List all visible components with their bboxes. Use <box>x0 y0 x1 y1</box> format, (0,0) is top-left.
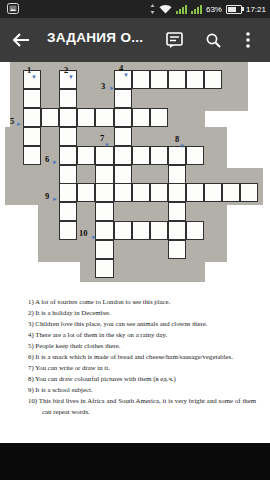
comment-icon <box>166 32 183 48</box>
crossword-cell <box>114 89 132 108</box>
crossword-cell <box>186 146 204 165</box>
crossword-cell <box>132 108 150 127</box>
clue-number-label: 2 <box>64 66 68 74</box>
arrow-down-icon: ▼ <box>68 74 74 80</box>
clue-item: 4) There are a lot of them in the sky on… <box>28 329 256 340</box>
crossword-cell <box>240 183 258 202</box>
crossword-cell <box>59 183 77 202</box>
crossword-cell <box>95 146 113 165</box>
crossword-cell <box>222 183 240 202</box>
clue-number-label: 7 <box>100 134 104 142</box>
crossword-cell <box>150 108 168 127</box>
clue-number-label: 10 <box>79 229 88 237</box>
comments-button[interactable] <box>162 29 186 51</box>
clue-number-label: 4 <box>119 64 123 72</box>
crossword-cell <box>168 165 186 184</box>
clue-item: 8) You can draw colourful pictures with … <box>28 373 256 384</box>
crossword-cell <box>150 183 168 202</box>
app-bar: ЗАДАНИЯ О... <box>0 18 270 62</box>
arrow-down-icon: ▼ <box>31 74 37 80</box>
crossword-cell <box>95 240 113 259</box>
crossword-cell <box>168 202 186 221</box>
cellular-signal-2-icon <box>191 4 202 14</box>
clock-label: 17:21 <box>246 5 266 14</box>
crossword-cell <box>186 221 204 240</box>
arrow-down-icon: ▼ <box>179 143 185 149</box>
cellular-signal-icon <box>176 4 187 14</box>
network-activity-arrows-icon <box>150 4 155 14</box>
page-title: ЗАДАНИЯ О... <box>47 30 143 45</box>
crossword-cell <box>95 202 113 221</box>
crossword-cell <box>23 146 41 165</box>
back-button[interactable] <box>9 29 33 51</box>
crossword-cell <box>59 146 77 165</box>
clue-item: 5) People keep their clothes there. <box>28 340 256 351</box>
page-margin <box>0 420 270 443</box>
clue-list: 1) A lot of tourists come to London to s… <box>28 296 256 417</box>
clue-number-label: 1 <box>27 66 31 74</box>
crossword-cell <box>59 165 77 184</box>
arrow-down-icon: ▼ <box>123 72 129 78</box>
arrow-right-icon: ► <box>52 196 58 202</box>
crossword-cell <box>204 183 222 202</box>
crossword-cell <box>168 240 186 259</box>
crossword-cell <box>204 70 222 89</box>
battery-icon <box>226 5 242 14</box>
crossword-cell <box>95 183 113 202</box>
clue-number-label: 8 <box>175 135 179 143</box>
crossword-cell <box>59 89 77 108</box>
clue-item: 2) It is a holiday in December. <box>28 307 256 318</box>
crossword-cell <box>95 221 113 240</box>
crossword-cell <box>114 146 132 165</box>
search-icon <box>205 32 221 48</box>
crossword-cell <box>59 221 77 240</box>
crossword-cell <box>114 108 132 127</box>
phone-screen: 63% 17:21 ЗАДАНИЯ О... <box>0 0 270 480</box>
crossword-cell <box>77 146 95 165</box>
clue-number-label: 3 <box>101 82 105 90</box>
crossword-cell <box>114 127 132 146</box>
arrow-right-icon: ► <box>91 234 97 240</box>
navigation-bar <box>0 443 270 480</box>
crossword-cell <box>132 70 150 89</box>
overflow-menu-icon <box>246 32 250 48</box>
crossword-cell <box>168 221 186 240</box>
crossword-cell <box>77 183 95 202</box>
crossword-cell <box>59 202 77 221</box>
crossword-cell <box>132 221 150 240</box>
crossword-cell <box>95 259 113 278</box>
crossword-cell <box>59 127 77 146</box>
clue-item: 6) It is a snack which is made of bread … <box>28 351 256 362</box>
battery-percent-label: 63% <box>206 5 222 14</box>
status-bar: 63% 17:21 <box>0 0 270 18</box>
arrow-down-icon: ▼ <box>104 142 110 148</box>
clue-number-label: 6 <box>45 155 49 163</box>
document-page[interactable]: 1▼2▼3►4▼5►6►7▼8▼9►10► 1) A lot of touris… <box>0 62 270 420</box>
crossword-cell <box>59 108 77 127</box>
crossword-cell <box>114 165 132 184</box>
clue-number-label: 5 <box>10 117 14 125</box>
crossword-cell <box>186 70 204 89</box>
crossword-cell <box>150 70 168 89</box>
crossword-cell <box>95 165 113 184</box>
screenshot-icon <box>7 3 19 14</box>
crossword-cell <box>132 146 150 165</box>
clue-item: 3) Children love this place, you can see… <box>28 318 256 329</box>
crossword-cell <box>150 146 168 165</box>
crossword-cell <box>23 127 41 146</box>
clue-item: 1) A lot of tourists come to London to s… <box>28 296 256 307</box>
crossword-cell <box>41 108 59 127</box>
crossword-cell <box>114 221 132 240</box>
back-icon <box>12 33 30 47</box>
crossword-cell <box>114 183 132 202</box>
crossword-cell <box>186 183 204 202</box>
crossword-cell <box>168 183 186 202</box>
crossword-cell <box>23 108 41 127</box>
clue-item: 9) It is a school subject. <box>28 384 256 395</box>
clue-item: 7) You can write or draw in it. <box>28 362 256 373</box>
clue-item: 10) This bird lives in Africa and South … <box>28 395 256 417</box>
crossword-cell <box>95 108 113 127</box>
arrow-right-icon: ► <box>16 121 22 127</box>
crossword-cell <box>168 70 186 89</box>
crossword-cell <box>132 183 150 202</box>
crossword-cell <box>77 108 95 127</box>
arrow-right-icon: ► <box>109 85 115 91</box>
clue-number-label: 9 <box>45 192 49 200</box>
crossword-cell <box>23 89 41 108</box>
wifi-icon <box>159 4 172 14</box>
overflow-menu-button[interactable] <box>236 29 260 51</box>
search-button[interactable] <box>201 29 225 51</box>
crossword-cell <box>150 221 168 240</box>
arrow-right-icon: ► <box>52 159 58 165</box>
